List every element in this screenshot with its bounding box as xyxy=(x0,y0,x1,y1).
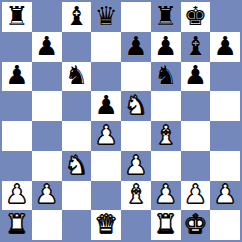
square-f6[interactable]: ♞ xyxy=(151,62,181,92)
square-f2[interactable]: ♟ xyxy=(151,181,181,211)
square-d7[interactable] xyxy=(91,32,121,62)
piece-black-pawn: ♟ xyxy=(124,33,147,59)
piece-white-pawn: ♟ xyxy=(154,181,177,207)
piece-black-pawn: ♟ xyxy=(184,62,207,88)
piece-white-bishop: ♝ xyxy=(154,122,177,148)
piece-black-pawn: ♟ xyxy=(213,33,236,59)
square-c5[interactable] xyxy=(62,91,92,121)
piece-black-knight: ♞ xyxy=(65,62,88,88)
chess-board: ♜♝♛♜♚♟♟♟♝♟♟♞♞♟♟♞♟♝♞♟♟♟♝♟♟♟♜♛♜♚ xyxy=(0,0,242,242)
square-g8[interactable]: ♚ xyxy=(181,2,211,32)
square-e5[interactable]: ♞ xyxy=(121,91,151,121)
square-e3[interactable]: ♟ xyxy=(121,151,151,181)
square-f1[interactable]: ♜ xyxy=(151,210,181,240)
square-g1[interactable]: ♚ xyxy=(181,210,211,240)
square-c2[interactable] xyxy=(62,181,92,211)
piece-white-rook: ♜ xyxy=(154,211,177,237)
square-a7[interactable] xyxy=(2,32,32,62)
piece-white-queen: ♛ xyxy=(94,211,117,237)
square-c7[interactable] xyxy=(62,32,92,62)
square-d8[interactable]: ♛ xyxy=(91,2,121,32)
square-b6[interactable] xyxy=(32,62,62,92)
piece-white-pawn: ♟ xyxy=(94,122,117,148)
piece-white-pawn: ♟ xyxy=(213,181,236,207)
square-e8[interactable] xyxy=(121,2,151,32)
square-d2[interactable] xyxy=(91,181,121,211)
square-e4[interactable] xyxy=(121,121,151,151)
square-h8[interactable] xyxy=(210,2,240,32)
piece-black-pawn: ♟ xyxy=(154,33,177,59)
square-b7[interactable]: ♟ xyxy=(32,32,62,62)
square-h2[interactable]: ♟ xyxy=(210,181,240,211)
square-f8[interactable]: ♜ xyxy=(151,2,181,32)
square-a8[interactable]: ♜ xyxy=(2,2,32,32)
piece-black-rook: ♜ xyxy=(154,3,177,29)
square-g6[interactable]: ♟ xyxy=(181,62,211,92)
piece-white-pawn: ♟ xyxy=(35,181,58,207)
square-h4[interactable] xyxy=(210,121,240,151)
square-h1[interactable] xyxy=(210,210,240,240)
square-a6[interactable]: ♟ xyxy=(2,62,32,92)
square-d6[interactable] xyxy=(91,62,121,92)
piece-white-king: ♚ xyxy=(184,211,207,237)
square-a2[interactable]: ♟ xyxy=(2,181,32,211)
square-g2[interactable]: ♟ xyxy=(181,181,211,211)
square-g7[interactable]: ♝ xyxy=(181,32,211,62)
square-c4[interactable] xyxy=(62,121,92,151)
piece-black-queen: ♛ xyxy=(94,3,117,29)
piece-black-bishop: ♝ xyxy=(184,33,207,59)
piece-white-rook: ♜ xyxy=(5,211,28,237)
square-f4[interactable]: ♝ xyxy=(151,121,181,151)
square-f7[interactable]: ♟ xyxy=(151,32,181,62)
square-h5[interactable] xyxy=(210,91,240,121)
square-h7[interactable]: ♟ xyxy=(210,32,240,62)
square-g4[interactable] xyxy=(181,121,211,151)
square-d3[interactable] xyxy=(91,151,121,181)
square-b2[interactable]: ♟ xyxy=(32,181,62,211)
square-a1[interactable]: ♜ xyxy=(2,210,32,240)
piece-white-pawn: ♟ xyxy=(124,152,147,178)
piece-black-pawn: ♟ xyxy=(94,92,117,118)
square-b4[interactable] xyxy=(32,121,62,151)
square-a5[interactable] xyxy=(2,91,32,121)
piece-white-bishop: ♝ xyxy=(124,181,147,207)
piece-black-bishop: ♝ xyxy=(65,3,88,29)
square-c8[interactable]: ♝ xyxy=(62,2,92,32)
square-e2[interactable]: ♝ xyxy=(121,181,151,211)
square-c3[interactable]: ♞ xyxy=(62,151,92,181)
square-b8[interactable] xyxy=(32,2,62,32)
square-b5[interactable] xyxy=(32,91,62,121)
square-b1[interactable] xyxy=(32,210,62,240)
square-d5[interactable]: ♟ xyxy=(91,91,121,121)
square-e1[interactable] xyxy=(121,210,151,240)
square-f5[interactable] xyxy=(151,91,181,121)
square-d1[interactable]: ♛ xyxy=(91,210,121,240)
piece-white-pawn: ♟ xyxy=(184,181,207,207)
square-e7[interactable]: ♟ xyxy=(121,32,151,62)
piece-white-knight: ♞ xyxy=(124,92,147,118)
piece-black-pawn: ♟ xyxy=(5,62,28,88)
square-b3[interactable] xyxy=(32,151,62,181)
square-a4[interactable] xyxy=(2,121,32,151)
square-e6[interactable] xyxy=(121,62,151,92)
square-g5[interactable] xyxy=(181,91,211,121)
piece-black-king: ♚ xyxy=(184,3,207,29)
square-h6[interactable] xyxy=(210,62,240,92)
square-g3[interactable] xyxy=(181,151,211,181)
square-h3[interactable] xyxy=(210,151,240,181)
piece-white-knight: ♞ xyxy=(65,152,88,178)
square-c1[interactable] xyxy=(62,210,92,240)
square-a3[interactable] xyxy=(2,151,32,181)
square-c6[interactable]: ♞ xyxy=(62,62,92,92)
piece-white-pawn: ♟ xyxy=(5,181,28,207)
piece-black-knight: ♞ xyxy=(154,62,177,88)
piece-black-pawn: ♟ xyxy=(35,33,58,59)
square-f3[interactable] xyxy=(151,151,181,181)
piece-black-rook: ♜ xyxy=(5,3,28,29)
square-d4[interactable]: ♟ xyxy=(91,121,121,151)
